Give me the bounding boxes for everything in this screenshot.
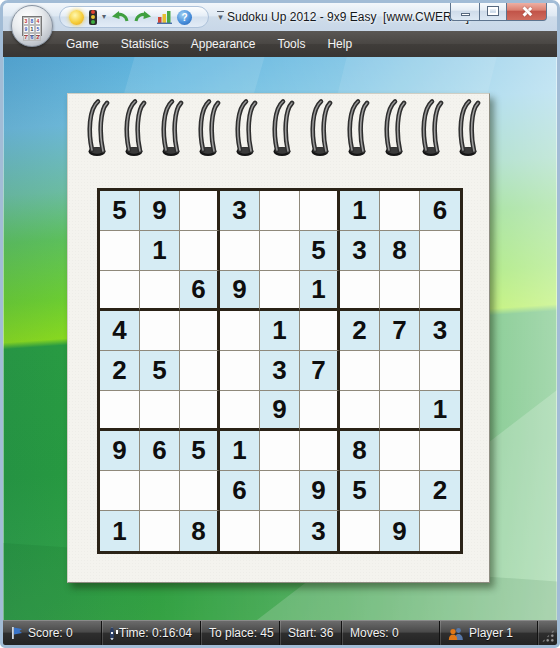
start-value: Start: 36 [288,626,333,640]
sudoku-cell-r7c1[interactable]: 9 [100,431,140,471]
binding-ring [195,96,221,158]
sudoku-cell-r3c2[interactable] [140,271,180,311]
sudoku-cell-r1c2[interactable]: 9 [140,191,180,231]
sudoku-cell-r4c4[interactable] [220,311,260,351]
sudoku-cell-r2c6[interactable]: 5 [300,231,340,271]
sudoku-cell-r1c3[interactable] [180,191,220,231]
sudoku-cell-r3c8[interactable] [380,271,420,311]
sudoku-cell-r4c5[interactable]: 1 [260,311,300,351]
sudoku-cell-r9c7[interactable] [340,511,380,551]
sudoku-cell-r5c5[interactable]: 3 [260,351,300,391]
sudoku-cell-r1c7[interactable]: 1 [340,191,380,231]
status-score: Score: 0 [3,621,102,645]
sudoku-board: 593161538691412732537919651869521839 [97,188,463,554]
sudoku-cell-r4c1[interactable]: 4 [100,311,140,351]
sudoku-cell-r9c9[interactable] [420,511,460,551]
sudoku-cell-r4c9[interactable]: 3 [420,311,460,351]
minimize-button[interactable] [450,2,479,21]
status-start: Start: 36 [280,621,342,645]
sudoku-app-icon: 384915762 [22,16,42,36]
sudoku-cell-r8c1[interactable] [100,471,140,511]
sudoku-cell-r9c1[interactable]: 1 [100,511,140,551]
redo-icon[interactable] [134,10,152,24]
spiral-binding [84,96,481,158]
menu-appearance[interactable]: Appearance [180,31,267,57]
sudoku-cell-r7c2[interactable]: 6 [140,431,180,471]
sudoku-cell-r8c3[interactable] [180,471,220,511]
menu-tools[interactable]: Tools [266,31,316,57]
sudoku-cell-r8c2[interactable] [140,471,180,511]
sudoku-cell-r6c7[interactable] [340,391,380,431]
player-name: Player 1 [469,626,513,640]
sudoku-cell-r8c9[interactable]: 2 [420,471,460,511]
binding-ring [121,96,147,158]
sudoku-cell-r6c4[interactable] [220,391,260,431]
sudoku-cell-r1c5[interactable] [260,191,300,231]
to-place-value: To place: 45 [209,626,274,640]
binding-ring [269,96,295,158]
binding-ring [84,96,110,158]
app-icon-digit: 4 [35,17,41,25]
binding-ring [344,96,370,158]
sudoku-cell-r4c7[interactable]: 2 [340,311,380,351]
sudoku-cell-r9c4[interactable] [220,511,260,551]
sudoku-cell-r2c5[interactable] [260,231,300,271]
app-menu-button[interactable]: 384915762 [11,5,53,47]
binding-ring [455,96,481,158]
time-value: Time: 0:16:04 [119,626,192,640]
sudoku-cell-r7c6[interactable] [300,431,340,471]
binding-ring [158,96,184,158]
app-window: 384915762 ▾ ? ▾ Sudoku Up 2012 - 9x9 [0,0,560,648]
sudoku-cell-r5c7[interactable] [340,351,380,391]
game-area: 593161538691412732537919651869521839 [3,57,557,620]
sudoku-cell-r2c3[interactable] [180,231,220,271]
sudoku-cell-r3c4[interactable]: 9 [220,271,260,311]
sudoku-cell-r2c4[interactable] [220,231,260,271]
app-icon-digit: 5 [35,25,41,33]
sudoku-cell-r9c6[interactable]: 3 [300,511,340,551]
sudoku-cell-r6c8[interactable] [380,391,420,431]
title-bar: 384915762 ▾ ? ▾ Sudoku Up 2012 - 9x9 [3,3,557,31]
status-moves: Moves: 0 [342,621,440,645]
sudoku-cell-r7c5[interactable] [260,431,300,471]
sudoku-cell-r7c8[interactable] [380,431,420,471]
sudoku-cell-r3c7[interactable] [340,271,380,311]
dropdown-arrow-icon[interactable]: ▾ [102,13,106,21]
sudoku-cell-r3c5[interactable] [260,271,300,311]
sudoku-cell-r2c1[interactable] [100,231,140,271]
flag-icon [11,626,23,640]
sudoku-cell-r7c9[interactable] [420,431,460,471]
sudoku-cell-r5c9[interactable] [420,351,460,391]
sudoku-cell-r8c7[interactable]: 5 [340,471,380,511]
help-icon[interactable]: ? [177,10,192,25]
statistics-chart-icon[interactable] [157,10,172,24]
status-player: Player 1 [440,621,538,645]
sudoku-cell-r5c8[interactable] [380,351,420,391]
notepad: 593161538691412732537919651869521839 [67,93,490,583]
binding-ring [307,96,333,158]
sudoku-cell-r1c1[interactable]: 5 [100,191,140,231]
sudoku-cell-r9c2[interactable] [140,511,180,551]
binding-ring [232,96,258,158]
sudoku-cell-r7c3[interactable]: 5 [180,431,220,471]
sudoku-cell-r5c3[interactable] [180,351,220,391]
menu-bar: Game Statistics Appearance Tools Help [3,31,557,57]
sun-icon[interactable] [69,10,84,25]
sudoku-cell-r6c5[interactable]: 9 [260,391,300,431]
status-to-place: To place: 45 [201,621,280,645]
sudoku-cell-r4c2[interactable] [140,311,180,351]
traffic-light-icon[interactable] [89,10,97,25]
close-button[interactable] [507,2,547,21]
sudoku-cell-r4c3[interactable] [180,311,220,351]
sudoku-cell-r3c3[interactable]: 6 [180,271,220,311]
sudoku-cell-r8c4[interactable]: 6 [220,471,260,511]
sudoku-cell-r8c6[interactable]: 9 [300,471,340,511]
close-icon [521,6,532,17]
moves-value: Moves: 0 [350,626,399,640]
status-time: Time: 0:16:04 [102,621,201,645]
window-controls [450,2,547,21]
sudoku-cell-r5c1[interactable]: 2 [100,351,140,391]
sudoku-cell-r5c4[interactable] [220,351,260,391]
maximize-button[interactable] [479,2,507,21]
maximize-icon [488,7,498,15]
sudoku-cell-r2c9[interactable] [420,231,460,271]
sudoku-cell-r7c7[interactable]: 8 [340,431,380,471]
sudoku-cell-r6c9[interactable]: 1 [420,391,460,431]
sudoku-cell-r3c6[interactable]: 1 [300,271,340,311]
sudoku-cell-r9c3[interactable]: 8 [180,511,220,551]
minimize-icon [461,13,470,16]
sudoku-cell-r1c8[interactable] [380,191,420,231]
binding-ring [381,96,407,158]
status-bar: Score: 0 Time: 0:16:04 To place: 45 Star… [3,620,557,645]
quick-access-toolbar: ▾ ? [59,6,209,28]
sudoku-cell-r4c8[interactable]: 7 [380,311,420,351]
sudoku-cell-r5c6[interactable]: 7 [300,351,340,391]
customize-toolbar-icon[interactable]: ▾ [217,11,224,22]
sudoku-cell-r1c6[interactable] [300,191,340,231]
sudoku-cell-r6c2[interactable] [140,391,180,431]
sudoku-cell-r3c1[interactable] [100,271,140,311]
sudoku-cell-r5c2[interactable]: 5 [140,351,180,391]
menu-game[interactable]: Game [55,31,110,57]
players-icon [448,627,464,640]
resize-grip[interactable] [541,629,555,643]
score-value: Score: 0 [28,626,73,640]
menu-statistics[interactable]: Statistics [110,31,180,57]
sudoku-cell-r6c3[interactable] [180,391,220,431]
sudoku-cell-r8c8[interactable] [380,471,420,511]
menu-help[interactable]: Help [316,31,363,57]
binding-ring [418,96,444,158]
window-title: Sudoku Up 2012 - 9x9 Easy [www.CWER.ru] [227,3,469,31]
sudoku-cell-r2c2[interactable]: 1 [140,231,180,271]
sudoku-cell-r8c5[interactable] [260,471,300,511]
undo-icon[interactable] [111,10,129,24]
clock-icon [110,627,114,640]
sudoku-cell-r2c7[interactable]: 3 [340,231,380,271]
status-filler [538,621,557,645]
sudoku-cell-r2c8[interactable]: 8 [380,231,420,271]
sudoku-cell-r1c9[interactable]: 6 [420,191,460,231]
sudoku-cell-r7c4[interactable]: 1 [220,431,260,471]
sudoku-cell-r6c1[interactable] [100,391,140,431]
sudoku-cell-r9c5[interactable] [260,511,300,551]
app-icon-digit: 2 [35,33,41,41]
sudoku-cell-r4c6[interactable] [300,311,340,351]
sudoku-cell-r1c4[interactable]: 3 [220,191,260,231]
sudoku-cell-r9c8[interactable]: 9 [380,511,420,551]
sudoku-cell-r6c6[interactable] [300,391,340,431]
sudoku-cell-r3c9[interactable] [420,271,460,311]
